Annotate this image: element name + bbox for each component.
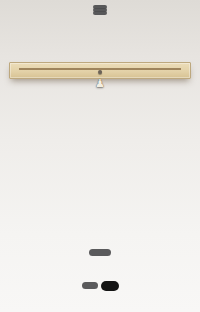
caption	[0, 6, 200, 15]
phone-number-sticker	[101, 281, 119, 291]
hook-clip-icon	[98, 70, 102, 74]
board-frame: ♟	[9, 62, 191, 79]
sale-ad-page: ♟	[0, 0, 200, 312]
board-photo: ♟	[0, 62, 200, 79]
store-name-sticker	[82, 282, 98, 289]
caption-line-3	[93, 11, 107, 15]
white-pawn-icon: ♟	[95, 77, 105, 90]
hanging-pawn: ♟	[95, 70, 105, 90]
price-sticker	[89, 249, 111, 256]
footer-row	[0, 281, 200, 291]
price-row	[0, 250, 200, 256]
